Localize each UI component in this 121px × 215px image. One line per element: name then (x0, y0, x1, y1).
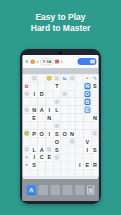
trash-icon[interactable] (87, 186, 95, 195)
coin-icon (31, 59, 36, 64)
grid-empty-cell[interactable] (31, 169, 39, 177)
snow-icon: ❄ (25, 155, 29, 160)
grid-clue-cell[interactable] (69, 138, 77, 146)
grid-empty-cell[interactable] (76, 146, 84, 154)
grid-empty-cell[interactable] (84, 122, 92, 130)
grid-empty-cell[interactable] (91, 90, 98, 98)
grid-empty-cell[interactable] (23, 122, 31, 130)
letter-tray: A (23, 179, 99, 201)
grid-empty-cell[interactable] (23, 169, 31, 177)
grid-clue-cell[interactable] (91, 130, 98, 138)
clue-olive-icon (24, 131, 29, 136)
grid-letter-cell[interactable]: N (69, 130, 77, 138)
grid-letter-cell[interactable]: S (91, 146, 98, 154)
grid-empty-cell[interactable] (23, 75, 31, 83)
grid-empty-cell[interactable] (46, 122, 54, 130)
grid-empty-cell[interactable] (38, 161, 46, 169)
grid-letter-cell[interactable]: L (53, 106, 61, 114)
grid-letter-cell[interactable]: I (46, 130, 54, 138)
grid-letter-cell[interactable]: E (84, 161, 92, 169)
grid-clue-cell[interactable] (23, 106, 31, 114)
grid-letter-cell[interactable]: O (38, 130, 46, 138)
grid-empty-cell[interactable] (61, 169, 69, 177)
grid-empty-cell[interactable] (76, 169, 84, 177)
grid-letter-cell[interactable]: L (31, 146, 39, 154)
game-screen: ‹ 7:14 ⇆▲✎✿TNSIDOBNAILEENNPOISONOVLASIS❄… (23, 55, 99, 201)
grid-clue-cell[interactable] (23, 146, 31, 154)
grid-letter-cell[interactable]: O (53, 138, 61, 146)
grid-letter-cell[interactable]: D (38, 90, 46, 98)
grid-empty-cell[interactable] (91, 106, 98, 114)
grid-letter-cell[interactable]: N (91, 114, 98, 122)
grid-empty-cell[interactable] (84, 130, 92, 138)
clue-icon (24, 147, 29, 152)
grid-clue-cell[interactable] (46, 75, 54, 83)
grid-empty-cell[interactable] (91, 122, 98, 130)
grid-letter-cell[interactable]: I (31, 153, 39, 161)
grid-letter-cell[interactable]: R (91, 161, 98, 169)
grid-empty-cell[interactable] (76, 138, 84, 146)
grid-clue-cell[interactable] (69, 75, 77, 83)
grid-clue-cell[interactable] (23, 130, 31, 138)
grid-empty-cell[interactable] (61, 153, 69, 161)
grid-tile-cell[interactable]: O (84, 90, 92, 98)
grid-empty-cell[interactable] (91, 153, 98, 161)
grid-clue-cell[interactable]: ❄ (23, 153, 31, 161)
grid-clue-cell[interactable] (31, 75, 39, 83)
grid-empty-cell[interactable] (69, 106, 77, 114)
grid-empty-cell[interactable] (61, 106, 69, 114)
grid-letter-cell[interactable]: I (31, 90, 39, 98)
grid-empty-cell[interactable] (91, 169, 98, 177)
grid-empty-cell[interactable] (61, 161, 69, 169)
shuffle-icon: ⇆ (63, 76, 67, 81)
grid-empty-cell[interactable] (69, 161, 77, 169)
grid-empty-cell[interactable] (76, 153, 84, 161)
grid-letter-cell[interactable]: A (38, 106, 46, 114)
clue-icon (93, 131, 98, 136)
grid-empty-cell[interactable] (91, 138, 98, 146)
placed-tile[interactable]: E (84, 107, 90, 113)
clue-icon (47, 147, 52, 152)
grid-empty-cell[interactable] (23, 98, 31, 106)
grid-letter-cell[interactable]: E (31, 114, 39, 122)
placed-tile[interactable]: B (84, 99, 90, 105)
grid-letter-cell[interactable]: P (31, 130, 39, 138)
grid-clue-cell[interactable]: ✿ (23, 82, 31, 90)
placed-tile[interactable]: N (84, 83, 90, 89)
leaf-icon: ● (25, 163, 27, 167)
grid-clue-cell[interactable] (53, 153, 61, 161)
grid-empty-cell[interactable] (69, 90, 77, 98)
grid-empty-cell[interactable] (84, 169, 92, 177)
grid-clue-cell[interactable] (53, 122, 61, 130)
grid-empty-cell[interactable] (38, 98, 46, 106)
grid-letter-cell[interactable]: E (46, 153, 54, 161)
grid-empty-cell[interactable] (38, 122, 46, 130)
grid-clue-cell[interactable] (61, 90, 69, 98)
grid-empty-cell[interactable] (23, 114, 31, 122)
grid-letter-cell[interactable]: T (53, 82, 61, 90)
grid-empty-cell[interactable] (38, 82, 46, 90)
grid-empty-cell[interactable] (61, 138, 69, 146)
grid-empty-cell[interactable] (31, 82, 39, 90)
grid-tile-cell[interactable]: B (84, 98, 92, 106)
grid-empty-cell[interactable] (31, 138, 39, 146)
rose-icon: ✿ (24, 84, 28, 89)
grid-empty-cell[interactable] (46, 161, 54, 169)
clue-icon (70, 139, 75, 144)
back-button[interactable]: ‹ (25, 57, 30, 65)
grid-empty-cell[interactable] (76, 90, 84, 98)
grid-letter-cell[interactable]: S (53, 130, 61, 138)
clue-yellow-icon (47, 76, 52, 81)
grid-empty-cell[interactable] (38, 138, 46, 146)
grid-empty-cell[interactable] (84, 114, 92, 122)
boost-icon[interactable] (55, 60, 59, 64)
grid-tile-cell-selected[interactable]: E (84, 106, 92, 114)
timer-pill: 7:14 (40, 58, 54, 65)
grid-letter-cell[interactable]: S (31, 161, 39, 169)
grid-clue-cell[interactable] (53, 98, 61, 106)
grid-empty-cell[interactable] (46, 82, 54, 90)
grid-letter-cell[interactable]: S (53, 146, 61, 154)
tray-empty-slot[interactable] (39, 185, 49, 195)
grid-letter-cell[interactable]: O (61, 130, 69, 138)
ad-stage: Easy to Play Hard to Master ‹ 7:14 ⇆▲✎✿T… (0, 12, 121, 215)
grid-letter-cell[interactable]: V (84, 138, 92, 146)
clue-icon (62, 92, 67, 97)
grid-empty-cell[interactable] (46, 98, 54, 106)
bank-button[interactable] (78, 58, 97, 65)
grid-empty-cell[interactable] (76, 82, 84, 90)
grid-empty-cell[interactable] (69, 169, 77, 177)
grid-letter-cell[interactable]: N (31, 106, 39, 114)
grid-letter-cell[interactable]: N (46, 114, 54, 122)
boost-count-badge (61, 60, 63, 63)
tray-empty-slot[interactable] (63, 185, 73, 195)
tray-tile-a[interactable]: A (27, 185, 37, 195)
ad-viewport: Easy to Play Hard to Master ‹ 7:14 ⇆▲✎✿T… (0, 0, 121, 215)
grid-empty-cell[interactable] (61, 114, 69, 122)
clue-icon (32, 76, 37, 81)
grid-empty-cell[interactable] (76, 130, 84, 138)
grid-empty-cell[interactable] (61, 122, 69, 130)
tray-empty-slot[interactable] (75, 185, 85, 195)
grid-empty-cell[interactable] (61, 82, 69, 90)
grid-letter-cell[interactable]: C (38, 153, 46, 161)
grid-empty-cell[interactable] (46, 138, 54, 146)
grid-empty-cell[interactable] (31, 122, 39, 130)
grid-empty-cell[interactable] (46, 90, 54, 98)
grid-clue-cell[interactable]: ▲ (84, 75, 92, 83)
grid-empty-cell[interactable] (53, 169, 61, 177)
warn-icon: ▲ (85, 76, 89, 80)
grid-clue-cell[interactable] (46, 146, 54, 154)
clue-icon (55, 123, 60, 128)
puzzle-grid: ⇆▲✎✿TNSIDOBNAILEENNPOISONOVLASIS❄ICE●SIE… (23, 74, 99, 177)
grid-empty-cell[interactable] (38, 114, 46, 122)
grid-empty-cell[interactable] (69, 98, 77, 106)
grid-clue-cell[interactable]: ✎ (91, 75, 98, 83)
clue-icon (70, 76, 75, 81)
grid-empty-cell[interactable] (61, 98, 69, 106)
grid-clue-cell[interactable] (53, 75, 61, 83)
grid-letter-cell[interactable]: I (76, 161, 84, 169)
clue-icon (24, 108, 29, 113)
headline-line1: Easy to Play (0, 12, 121, 23)
grid-letter-cell[interactable]: I (46, 106, 54, 114)
phone-camera-dot (59, 52, 62, 55)
clue-icon (55, 155, 60, 160)
grid-empty-cell[interactable] (69, 82, 77, 90)
clue-icon (24, 92, 29, 97)
headline-line2: Hard to Master (0, 23, 121, 34)
grid-empty-cell[interactable] (91, 98, 98, 106)
headline: Easy to Play Hard to Master (0, 12, 121, 33)
grid-empty-cell[interactable] (76, 114, 84, 122)
top-bar: ‹ 7:14 (23, 55, 99, 68)
grid-clue-cell[interactable] (23, 90, 31, 98)
grid-empty-cell[interactable] (23, 138, 31, 146)
grid-empty-cell[interactable] (53, 161, 61, 169)
grid-tile-cell[interactable]: N (84, 82, 92, 90)
placed-tile[interactable]: O (84, 91, 90, 97)
clue-icon (55, 100, 60, 105)
grid-empty-cell[interactable] (61, 146, 69, 154)
grid-empty-cell[interactable] (46, 169, 54, 177)
grid-letter-cell[interactable]: S (91, 82, 98, 90)
grid-clue-cell[interactable]: ● (23, 161, 31, 169)
grid-empty-cell[interactable] (53, 90, 61, 98)
grid-empty-cell[interactable] (69, 114, 77, 122)
pencil-icon: ✎ (93, 76, 97, 81)
clue-icon (55, 76, 60, 81)
grid-empty-cell[interactable] (84, 153, 92, 161)
grid-letter-cell[interactable]: A (38, 146, 46, 154)
grid-empty-cell[interactable] (76, 122, 84, 130)
grid-letter-cell[interactable]: I (84, 146, 92, 154)
grid-clue-cell[interactable]: ⇆ (61, 75, 69, 83)
grid-empty-cell[interactable] (38, 75, 46, 83)
grid-empty-cell[interactable] (76, 98, 84, 106)
grid-empty-cell[interactable] (69, 153, 77, 161)
coin-count-badge (37, 60, 39, 63)
grid-empty-cell[interactable] (38, 169, 46, 177)
grid-empty-cell[interactable] (76, 75, 84, 83)
phone-mockup: ‹ 7:14 ⇆▲✎✿TNSIDOBNAILEENNPOISONOVLASIS❄… (20, 49, 101, 204)
grid-empty-cell[interactable] (69, 122, 77, 130)
grid-empty-cell[interactable] (31, 98, 39, 106)
grid-empty-cell[interactable] (53, 114, 61, 122)
grid-empty-cell[interactable] (69, 146, 77, 154)
grid-empty-cell[interactable] (76, 106, 84, 114)
tray-empty-slot[interactable] (51, 185, 61, 195)
